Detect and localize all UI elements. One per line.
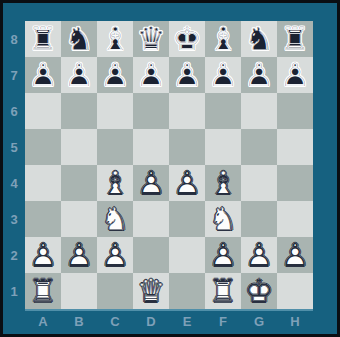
rank-label-5: 5 — [3, 129, 25, 165]
square-c1[interactable] — [97, 273, 133, 309]
square-d6[interactable] — [133, 93, 169, 129]
piece-bn-g8[interactable]: ♞♘ — [241, 21, 277, 57]
chess-board-window: 87654321 ♜♖♞♘♝♗♛♕♚♔♝♗♞♘♜♖♟♙♟♙♟♙♟♙♟♙♟♙♟♙♟… — [0, 0, 340, 337]
wp-detail-glyph-icon: ♙ — [133, 165, 169, 201]
square-d7[interactable]: ♟♙ — [133, 57, 169, 93]
piece-bq-d8[interactable]: ♛♕ — [133, 21, 169, 57]
square-a8[interactable]: ♜♖ — [25, 21, 61, 57]
wb-detail-glyph-icon: ♗ — [97, 165, 133, 201]
wp-detail-glyph-icon: ♙ — [97, 237, 133, 273]
square-e7[interactable]: ♟♙ — [169, 57, 205, 93]
square-c5[interactable] — [97, 129, 133, 165]
square-g7[interactable]: ♟♙ — [241, 57, 277, 93]
square-h1[interactable] — [277, 273, 313, 309]
square-g1[interactable]: ♚♔ — [241, 273, 277, 309]
square-a7[interactable]: ♟♙ — [25, 57, 61, 93]
br-detail-glyph-icon: ♖ — [25, 21, 61, 57]
piece-bn-b8[interactable]: ♞♘ — [61, 21, 97, 57]
piece-wn-c3[interactable]: ♞♘ — [97, 201, 133, 237]
piece-wp-f2[interactable]: ♟♙ — [205, 237, 241, 273]
piece-bp-f7[interactable]: ♟♙ — [205, 57, 241, 93]
piece-bp-a7[interactable]: ♟♙ — [25, 57, 61, 93]
square-e3[interactable] — [169, 201, 205, 237]
square-g4[interactable] — [241, 165, 277, 201]
bp-detail-glyph-icon: ♙ — [25, 57, 61, 93]
piece-wp-e4[interactable]: ♟♙ — [169, 165, 205, 201]
square-c7[interactable]: ♟♙ — [97, 57, 133, 93]
file-label-c: C — [97, 309, 133, 334]
square-h3[interactable] — [277, 201, 313, 237]
piece-wq-d1[interactable]: ♛♕ — [133, 273, 169, 309]
square-e1[interactable] — [169, 273, 205, 309]
square-e8[interactable]: ♚♔ — [169, 21, 205, 57]
piece-br-a8[interactable]: ♜♖ — [25, 21, 61, 57]
square-g2[interactable]: ♟♙ — [241, 237, 277, 273]
square-h7[interactable]: ♟♙ — [277, 57, 313, 93]
br-detail-glyph-icon: ♖ — [277, 21, 313, 57]
file-label-h: H — [277, 309, 313, 334]
piece-bp-c7[interactable]: ♟♙ — [97, 57, 133, 93]
piece-wp-d4[interactable]: ♟♙ — [133, 165, 169, 201]
wk-detail-glyph-icon: ♔ — [241, 273, 277, 309]
piece-bp-d7[interactable]: ♟♙ — [133, 57, 169, 93]
square-b7[interactable]: ♟♙ — [61, 57, 97, 93]
piece-br-h8[interactable]: ♜♖ — [277, 21, 313, 57]
file-label-g: G — [241, 309, 277, 334]
square-c3[interactable]: ♞♘ — [97, 201, 133, 237]
square-g8[interactable]: ♞♘ — [241, 21, 277, 57]
piece-wp-g2[interactable]: ♟♙ — [241, 237, 277, 273]
wp-detail-glyph-icon: ♙ — [205, 237, 241, 273]
bq-detail-glyph-icon: ♕ — [133, 21, 169, 57]
piece-wb-c4[interactable]: ♝♗ — [97, 165, 133, 201]
file-label-b: B — [61, 309, 97, 334]
wr-detail-glyph-icon: ♖ — [25, 273, 61, 309]
square-f7[interactable]: ♟♙ — [205, 57, 241, 93]
square-g5[interactable] — [241, 129, 277, 165]
square-h2[interactable]: ♟♙ — [277, 237, 313, 273]
bn-detail-glyph-icon: ♘ — [241, 21, 277, 57]
square-a2[interactable]: ♟♙ — [25, 237, 61, 273]
wp-detail-glyph-icon: ♙ — [61, 237, 97, 273]
piece-bk-e8[interactable]: ♚♔ — [169, 21, 205, 57]
square-b3[interactable] — [61, 201, 97, 237]
wb-detail-glyph-icon: ♗ — [205, 165, 241, 201]
piece-wb-f4[interactable]: ♝♗ — [205, 165, 241, 201]
square-a5[interactable] — [25, 129, 61, 165]
bp-detail-glyph-icon: ♙ — [169, 57, 205, 93]
rank-labels: 87654321 — [3, 21, 25, 309]
rank-label-1: 1 — [3, 273, 25, 309]
square-b1[interactable] — [61, 273, 97, 309]
square-h8[interactable]: ♜♖ — [277, 21, 313, 57]
square-b5[interactable] — [61, 129, 97, 165]
bn-detail-glyph-icon: ♘ — [61, 21, 97, 57]
square-e4[interactable]: ♟♙ — [169, 165, 205, 201]
square-c8[interactable]: ♝♗ — [97, 21, 133, 57]
rank-label-3: 3 — [3, 201, 25, 237]
square-b2[interactable]: ♟♙ — [61, 237, 97, 273]
bp-detail-glyph-icon: ♙ — [205, 57, 241, 93]
square-f6[interactable] — [205, 93, 241, 129]
wn-detail-glyph-icon: ♘ — [205, 201, 241, 237]
square-b8[interactable]: ♞♘ — [61, 21, 97, 57]
square-f4[interactable]: ♝♗ — [205, 165, 241, 201]
square-f8[interactable]: ♝♗ — [205, 21, 241, 57]
piece-wn-f3[interactable]: ♞♘ — [205, 201, 241, 237]
bp-detail-glyph-icon: ♙ — [61, 57, 97, 93]
square-e5[interactable] — [169, 129, 205, 165]
piece-bb-f8[interactable]: ♝♗ — [205, 21, 241, 57]
square-d2[interactable] — [133, 237, 169, 273]
square-e6[interactable] — [169, 93, 205, 129]
rank-label-7: 7 — [3, 57, 25, 93]
square-h5[interactable] — [277, 129, 313, 165]
wp-detail-glyph-icon: ♙ — [25, 237, 61, 273]
square-d4[interactable]: ♟♙ — [133, 165, 169, 201]
square-d1[interactable]: ♛♕ — [133, 273, 169, 309]
square-e2[interactable] — [169, 237, 205, 273]
square-f2[interactable]: ♟♙ — [205, 237, 241, 273]
piece-wr-a1[interactable]: ♜♖ — [25, 273, 61, 309]
bb-detail-glyph-icon: ♗ — [205, 21, 241, 57]
rank-label-2: 2 — [3, 237, 25, 273]
piece-wp-h2[interactable]: ♟♙ — [277, 237, 313, 273]
square-a4[interactable] — [25, 165, 61, 201]
wp-detail-glyph-icon: ♙ — [241, 237, 277, 273]
rank-label-6: 6 — [3, 93, 25, 129]
bp-detail-glyph-icon: ♙ — [133, 57, 169, 93]
file-label-f: F — [205, 309, 241, 334]
piece-wp-b2[interactable]: ♟♙ — [61, 237, 97, 273]
bp-detail-glyph-icon: ♙ — [97, 57, 133, 93]
wn-detail-glyph-icon: ♘ — [97, 201, 133, 237]
square-a3[interactable] — [25, 201, 61, 237]
square-h6[interactable] — [277, 93, 313, 129]
square-f5[interactable] — [205, 129, 241, 165]
square-a6[interactable] — [25, 93, 61, 129]
square-h4[interactable] — [277, 165, 313, 201]
piece-bb-c8[interactable]: ♝♗ — [97, 21, 133, 57]
piece-wp-c2[interactable]: ♟♙ — [97, 237, 133, 273]
square-d3[interactable] — [133, 201, 169, 237]
square-b6[interactable] — [61, 93, 97, 129]
file-label-a: A — [25, 309, 61, 334]
square-d5[interactable] — [133, 129, 169, 165]
square-g3[interactable] — [241, 201, 277, 237]
square-c6[interactable] — [97, 93, 133, 129]
wr-detail-glyph-icon: ♖ — [205, 273, 241, 309]
wp-detail-glyph-icon: ♙ — [277, 237, 313, 273]
square-c2[interactable]: ♟♙ — [97, 237, 133, 273]
file-labels: ABCDEFGH — [25, 309, 313, 334]
file-label-d: D — [133, 309, 169, 334]
square-d8[interactable]: ♛♕ — [133, 21, 169, 57]
piece-bp-e7[interactable]: ♟♙ — [169, 57, 205, 93]
bb-detail-glyph-icon: ♗ — [97, 21, 133, 57]
piece-bp-g7[interactable]: ♟♙ — [241, 57, 277, 93]
piece-bp-h7[interactable]: ♟♙ — [277, 57, 313, 93]
bk-detail-glyph-icon: ♔ — [169, 21, 205, 57]
square-a1[interactable]: ♜♖ — [25, 273, 61, 309]
bp-detail-glyph-icon: ♙ — [277, 57, 313, 93]
file-label-e: E — [169, 309, 205, 334]
piece-wr-f1[interactable]: ♜♖ — [205, 273, 241, 309]
bp-detail-glyph-icon: ♙ — [241, 57, 277, 93]
square-f1[interactable]: ♜♖ — [205, 273, 241, 309]
piece-wk-g1[interactable]: ♚♔ — [241, 273, 277, 309]
piece-wp-a2[interactable]: ♟♙ — [25, 237, 61, 273]
square-b4[interactable] — [61, 165, 97, 201]
rank-label-4: 4 — [3, 165, 25, 201]
square-g6[interactable] — [241, 93, 277, 129]
wq-detail-glyph-icon: ♕ — [133, 273, 169, 309]
piece-bp-b7[interactable]: ♟♙ — [61, 57, 97, 93]
square-f3[interactable]: ♞♘ — [205, 201, 241, 237]
square-c4[interactable]: ♝♗ — [97, 165, 133, 201]
wp-detail-glyph-icon: ♙ — [169, 165, 205, 201]
rank-label-8: 8 — [3, 21, 25, 57]
chess-board[interactable]: ♜♖♞♘♝♗♛♕♚♔♝♗♞♘♜♖♟♙♟♙♟♙♟♙♟♙♟♙♟♙♟♙♝♗♟♙♟♙♝♗… — [25, 21, 313, 309]
